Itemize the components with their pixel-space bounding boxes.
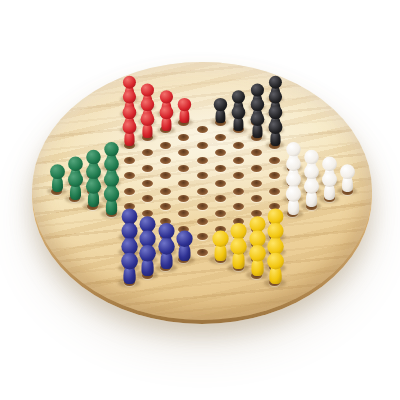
peg-black[interactable] xyxy=(248,113,265,139)
peg-head xyxy=(104,157,119,172)
peg-head xyxy=(141,113,155,127)
peg-head xyxy=(250,113,264,127)
board-hole[interactable] xyxy=(215,134,226,141)
board-hole[interactable] xyxy=(215,195,226,202)
peg-head xyxy=(268,76,281,89)
peg-head xyxy=(268,105,282,119)
peg-head xyxy=(232,91,245,104)
board-hole[interactable] xyxy=(197,188,208,195)
peg-head xyxy=(286,157,301,172)
board-hole[interactable] xyxy=(197,203,208,210)
peg-green[interactable] xyxy=(102,186,120,215)
board-hole[interactable] xyxy=(251,180,262,187)
peg-blue[interactable] xyxy=(119,253,139,284)
board-hole[interactable] xyxy=(124,188,135,195)
peg-head xyxy=(104,172,119,187)
board-hole[interactable] xyxy=(269,157,280,164)
peg-yellow[interactable] xyxy=(265,253,285,284)
peg-head xyxy=(285,172,300,187)
peg-red[interactable] xyxy=(176,98,192,123)
peg-yellow[interactable] xyxy=(247,245,267,276)
peg-head xyxy=(176,231,192,247)
chinese-checkers-scene xyxy=(0,0,400,400)
board-hole[interactable] xyxy=(178,134,189,141)
peg-head xyxy=(268,91,281,104)
peg-head xyxy=(232,105,246,119)
board-hole[interactable] xyxy=(215,149,226,156)
peg-black[interactable] xyxy=(212,98,228,123)
board-hole[interactable] xyxy=(142,180,153,187)
board-hole[interactable] xyxy=(215,165,226,172)
peg-head xyxy=(213,98,226,111)
peg-yellow[interactable] xyxy=(210,231,230,261)
peg-head xyxy=(322,157,337,172)
peg-head xyxy=(230,223,246,239)
peg-red[interactable] xyxy=(121,120,138,146)
peg-head xyxy=(85,164,100,179)
peg-head xyxy=(266,253,283,270)
peg-head xyxy=(304,149,319,164)
peg-head xyxy=(141,98,154,111)
peg-head xyxy=(121,223,137,239)
board-hole[interactable] xyxy=(197,249,208,256)
board-hole[interactable] xyxy=(178,165,189,172)
board-hole[interactable] xyxy=(269,188,280,195)
board-hole[interactable] xyxy=(197,126,208,133)
board-hole[interactable] xyxy=(233,203,244,210)
peg-yellow[interactable] xyxy=(228,238,248,269)
peg-red[interactable] xyxy=(157,105,173,130)
peg-head xyxy=(103,186,118,201)
peg-head xyxy=(286,142,300,156)
peg-head xyxy=(285,186,300,201)
board-hole[interactable] xyxy=(124,157,135,164)
peg-black[interactable] xyxy=(230,105,246,130)
peg-head xyxy=(86,149,101,164)
board-hole[interactable] xyxy=(197,172,208,179)
peg-head xyxy=(157,238,173,254)
board-hole[interactable] xyxy=(233,157,244,164)
peg-white[interactable] xyxy=(302,179,320,207)
peg-head xyxy=(322,172,337,187)
board-hole[interactable] xyxy=(233,142,244,149)
peg-head xyxy=(268,120,282,134)
peg-head xyxy=(249,216,265,232)
board-hole[interactable] xyxy=(251,165,262,172)
peg-head xyxy=(122,105,136,119)
peg-head xyxy=(212,231,228,247)
board-hole[interactable] xyxy=(160,157,171,164)
peg-head xyxy=(230,238,246,254)
peg-head xyxy=(85,179,100,194)
peg-head xyxy=(177,98,190,111)
peg-head xyxy=(141,83,154,96)
peg-head xyxy=(340,164,355,179)
peg-head xyxy=(158,223,174,239)
board-hole[interactable] xyxy=(215,180,226,187)
peg-white[interactable] xyxy=(339,164,357,192)
peg-head xyxy=(139,245,156,262)
board-hole[interactable] xyxy=(160,188,171,195)
board-hole[interactable] xyxy=(178,180,189,187)
board-hole[interactable] xyxy=(197,157,208,164)
peg-head xyxy=(123,76,136,89)
board-hole[interactable] xyxy=(142,165,153,172)
peg-green[interactable] xyxy=(84,179,102,207)
peg-head xyxy=(67,172,82,187)
peg-head xyxy=(49,164,64,179)
peg-white[interactable] xyxy=(284,186,302,215)
peg-blue[interactable] xyxy=(137,245,157,276)
peg-head xyxy=(304,179,319,194)
peg-head xyxy=(304,164,319,179)
peg-black[interactable] xyxy=(266,120,283,146)
board-hole[interactable] xyxy=(160,142,171,149)
peg-head xyxy=(67,157,82,172)
peg-head xyxy=(104,142,118,156)
board-hole[interactable] xyxy=(124,172,135,179)
peg-red[interactable] xyxy=(139,113,156,139)
peg-head xyxy=(159,105,173,119)
peg-blue[interactable] xyxy=(174,231,194,261)
peg-head xyxy=(159,91,172,104)
peg-green[interactable] xyxy=(66,172,84,200)
peg-white[interactable] xyxy=(320,172,338,200)
board-hole[interactable] xyxy=(160,203,171,210)
peg-blue[interactable] xyxy=(156,238,176,269)
board-hole[interactable] xyxy=(197,142,208,149)
peg-head xyxy=(121,253,138,270)
peg-head xyxy=(139,216,155,232)
peg-head xyxy=(248,245,265,262)
peg-head xyxy=(123,91,136,104)
board-hole[interactable] xyxy=(197,218,208,225)
peg-head xyxy=(267,223,283,239)
peg-head xyxy=(250,83,263,96)
peg-head xyxy=(122,120,136,134)
board-hole[interactable] xyxy=(233,188,244,195)
peg-green[interactable] xyxy=(48,164,66,192)
peg-head xyxy=(250,98,263,111)
